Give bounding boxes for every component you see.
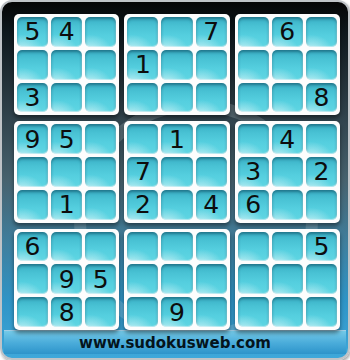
cell-r8c1[interactable] — [17, 264, 48, 294]
box-r1c3: 68 — [235, 14, 340, 115]
cell-r4c7[interactable] — [238, 124, 269, 154]
cell-r4c2[interactable]: 5 — [51, 124, 82, 154]
cell-r8c5[interactable] — [161, 264, 192, 294]
sudoku-board-frame: 543716895117244326695895 www.sudokusweb.… — [0, 0, 350, 360]
cell-r2c3[interactable] — [85, 50, 116, 80]
cell-r6c3[interactable] — [85, 190, 116, 220]
cell-r9c3[interactable] — [85, 297, 116, 327]
box-r2c1: 951 — [14, 121, 119, 222]
box-r1c1: 543 — [14, 14, 119, 115]
cell-r1c9[interactable] — [306, 17, 337, 47]
cell-r6c9[interactable] — [306, 190, 337, 220]
cell-r5c3[interactable] — [85, 157, 116, 187]
cell-r3c8[interactable] — [272, 83, 303, 113]
cell-r9c7[interactable] — [238, 297, 269, 327]
cell-r6c7[interactable]: 6 — [238, 190, 269, 220]
sudoku-board: 543716895117244326695895 — [14, 14, 340, 330]
cell-r5c2[interactable] — [51, 157, 82, 187]
cell-r8c3[interactable]: 5 — [85, 264, 116, 294]
box-r2c2: 1724 — [124, 121, 229, 222]
cell-r8c4[interactable] — [127, 264, 158, 294]
cell-r7c3[interactable] — [85, 232, 116, 262]
cell-r2c5[interactable] — [161, 50, 192, 80]
cell-r6c4[interactable]: 2 — [127, 190, 158, 220]
cell-r4c5[interactable]: 1 — [161, 124, 192, 154]
cell-r1c2[interactable]: 4 — [51, 17, 82, 47]
cell-r5c4[interactable]: 7 — [127, 157, 158, 187]
cell-r4c4[interactable] — [127, 124, 158, 154]
cell-r4c6[interactable] — [196, 124, 227, 154]
website-link[interactable]: www.sudokusweb.com — [79, 334, 271, 352]
cell-r3c3[interactable] — [85, 83, 116, 113]
cell-r8c8[interactable] — [272, 264, 303, 294]
cell-r6c6[interactable]: 4 — [196, 190, 227, 220]
cell-r7c5[interactable] — [161, 232, 192, 262]
cell-r2c1[interactable] — [17, 50, 48, 80]
cell-r7c8[interactable] — [272, 232, 303, 262]
cell-r8c6[interactable] — [196, 264, 227, 294]
cell-r2c7[interactable] — [238, 50, 269, 80]
box-r3c3: 5 — [235, 229, 340, 330]
cell-r2c6[interactable] — [196, 50, 227, 80]
cell-r4c9[interactable] — [306, 124, 337, 154]
box-r1c2: 71 — [124, 14, 229, 115]
cell-r5c8[interactable] — [272, 157, 303, 187]
cell-r1c7[interactable] — [238, 17, 269, 47]
cell-r1c3[interactable] — [85, 17, 116, 47]
cell-r3c1[interactable]: 3 — [17, 83, 48, 113]
cell-r1c4[interactable] — [127, 17, 158, 47]
cell-r7c2[interactable] — [51, 232, 82, 262]
cell-r9c5[interactable]: 9 — [161, 297, 192, 327]
cell-r1c6[interactable]: 7 — [196, 17, 227, 47]
footer-banner: www.sudokusweb.com — [4, 330, 346, 354]
cell-r3c9[interactable]: 8 — [306, 83, 337, 113]
cell-r3c7[interactable] — [238, 83, 269, 113]
cell-r2c9[interactable] — [306, 50, 337, 80]
cell-r9c6[interactable] — [196, 297, 227, 327]
cell-r1c5[interactable] — [161, 17, 192, 47]
cell-r1c1[interactable]: 5 — [17, 17, 48, 47]
cell-r7c4[interactable] — [127, 232, 158, 262]
box-r3c1: 6958 — [14, 229, 119, 330]
cell-r6c2[interactable]: 1 — [51, 190, 82, 220]
cell-r9c4[interactable] — [127, 297, 158, 327]
cell-r7c1[interactable]: 6 — [17, 232, 48, 262]
cell-r5c9[interactable]: 2 — [306, 157, 337, 187]
cell-r3c5[interactable] — [161, 83, 192, 113]
cell-r4c8[interactable]: 4 — [272, 124, 303, 154]
cell-r7c9[interactable]: 5 — [306, 232, 337, 262]
cell-r5c6[interactable] — [196, 157, 227, 187]
cell-r8c9[interactable] — [306, 264, 337, 294]
cell-r5c5[interactable] — [161, 157, 192, 187]
cell-r7c7[interactable] — [238, 232, 269, 262]
cell-r6c1[interactable] — [17, 190, 48, 220]
cell-r2c8[interactable] — [272, 50, 303, 80]
cell-r3c4[interactable] — [127, 83, 158, 113]
box-r3c2: 9 — [124, 229, 229, 330]
cell-r3c2[interactable] — [51, 83, 82, 113]
cell-r8c2[interactable]: 9 — [51, 264, 82, 294]
cell-r2c2[interactable] — [51, 50, 82, 80]
cell-r5c7[interactable]: 3 — [238, 157, 269, 187]
cell-r9c1[interactable] — [17, 297, 48, 327]
cell-r6c5[interactable] — [161, 190, 192, 220]
cell-r5c1[interactable] — [17, 157, 48, 187]
cell-r9c9[interactable] — [306, 297, 337, 327]
cell-r2c4[interactable]: 1 — [127, 50, 158, 80]
cell-r4c1[interactable]: 9 — [17, 124, 48, 154]
cell-r1c8[interactable]: 6 — [272, 17, 303, 47]
cell-r6c8[interactable] — [272, 190, 303, 220]
cell-r9c2[interactable]: 8 — [51, 297, 82, 327]
cell-r9c8[interactable] — [272, 297, 303, 327]
box-r2c3: 4326 — [235, 121, 340, 222]
cell-r8c7[interactable] — [238, 264, 269, 294]
cell-r7c6[interactable] — [196, 232, 227, 262]
cell-r3c6[interactable] — [196, 83, 227, 113]
cell-r4c3[interactable] — [85, 124, 116, 154]
